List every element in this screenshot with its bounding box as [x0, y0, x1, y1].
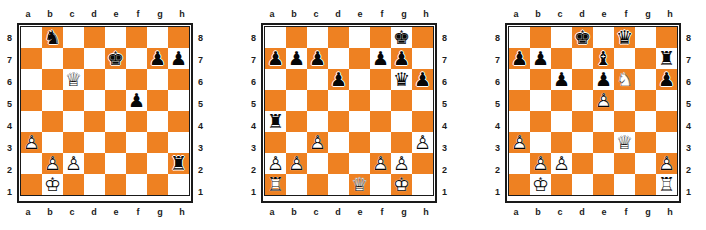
black-pawn-icon: ♟ [530, 48, 551, 69]
board-grid: ♚♛♟♟♝♜♟♟♞♘♟♟♙♟♙♛♕♟♙♟♙♟♙♚♔♜♖ [509, 27, 677, 195]
black-pawn-icon: ♟ [391, 48, 412, 69]
square-b3 [42, 132, 63, 153]
rank-label-7: 7 [246, 49, 261, 71]
white-pawn-icon: ♟♙ [63, 153, 84, 174]
square-h2: ♟♙ [656, 153, 677, 174]
square-e4 [593, 111, 614, 132]
square-g6 [635, 69, 656, 90]
square-h7: ♜ [656, 48, 677, 69]
square-g1: ♚♔ [391, 174, 412, 195]
file-label-e: e [349, 206, 371, 219]
black-bishop-icon: ♝ [593, 48, 614, 69]
square-d4 [572, 111, 593, 132]
square-h3: ♟♙ [412, 132, 433, 153]
file-labels-bottom: abcdefgh [2, 206, 208, 219]
file-label-e: e [593, 8, 615, 21]
rank-label-6: 6 [490, 71, 505, 93]
square-f2: ♟♙ [370, 153, 391, 174]
square-b4 [42, 111, 63, 132]
file-label-b: b [527, 206, 549, 219]
square-b7: ♟ [286, 48, 307, 69]
white-king-icon: ♚♔ [42, 174, 63, 195]
board-middle: 87654321 ♚♟♟♟♟♟♟♛♟♜♟♙♟♙♟♙♟♙♟♙♟♙♜♖♛♕♚♔ 87… [246, 23, 452, 203]
square-b8 [530, 27, 551, 48]
black-queen-icon: ♛ [391, 69, 412, 90]
file-label-c: c [305, 206, 327, 219]
file-label-e: e [105, 206, 127, 219]
file-label-a: a [17, 8, 39, 21]
square-h6: ♟ [412, 69, 433, 90]
file-label-h: h [415, 206, 437, 219]
board-grid: ♚♟♟♟♟♟♟♛♟♜♟♙♟♙♟♙♟♙♟♙♟♙♜♖♛♕♚♔ [265, 27, 433, 195]
white-pawn-icon: ♟♙ [307, 132, 328, 153]
rank-label-2: 2 [2, 159, 17, 181]
board-middle: 87654321 ♚♛♟♟♝♜♟♟♞♘♟♟♙♟♙♛♕♟♙♟♙♟♙♚♔♜♖ 876… [490, 23, 696, 203]
square-f2 [126, 153, 147, 174]
file-label-f: f [127, 8, 149, 21]
square-d4 [328, 111, 349, 132]
square-d5 [84, 90, 105, 111]
square-b7: ♟ [530, 48, 551, 69]
label-spacer [246, 8, 261, 21]
rank-label-5: 5 [193, 93, 208, 115]
square-f3: ♛♕ [614, 132, 635, 153]
label-spacer [246, 206, 261, 219]
square-f7 [614, 48, 635, 69]
file-labels-top: abcdefgh [246, 8, 452, 21]
square-b5 [286, 90, 307, 111]
square-h8 [412, 27, 433, 48]
square-c1 [63, 174, 84, 195]
black-pawn-icon: ♟ [286, 48, 307, 69]
rank-labels-right: 87654321 [681, 23, 696, 203]
square-a2: ♟♙ [265, 153, 286, 174]
white-pawn-icon: ♟♙ [530, 153, 551, 174]
square-b1: ♚♔ [42, 174, 63, 195]
square-h7: ♟ [168, 48, 189, 69]
white-queen-icon: ♛♕ [63, 69, 84, 90]
square-h4 [168, 111, 189, 132]
square-g7 [635, 48, 656, 69]
rank-label-7: 7 [681, 49, 696, 71]
file-label-g: g [637, 206, 659, 219]
square-b2: ♟♙ [286, 153, 307, 174]
square-d7 [328, 48, 349, 69]
square-e5: ♟♙ [593, 90, 614, 111]
square-c6: ♟ [551, 69, 572, 90]
white-pawn-icon: ♟♙ [656, 153, 677, 174]
square-g5 [635, 90, 656, 111]
square-h8 [656, 27, 677, 48]
square-h5 [656, 90, 677, 111]
square-b6 [42, 69, 63, 90]
square-e5 [349, 90, 370, 111]
square-f1 [126, 174, 147, 195]
file-label-c: c [549, 8, 571, 21]
square-a7: ♟ [265, 48, 286, 69]
square-d2 [328, 153, 349, 174]
file-label-a: a [261, 206, 283, 219]
square-g4 [147, 111, 168, 132]
square-e7 [349, 48, 370, 69]
square-f5 [370, 90, 391, 111]
square-e2 [593, 153, 614, 174]
rank-label-7: 7 [193, 49, 208, 71]
black-pawn-icon: ♟ [593, 69, 614, 90]
square-h5 [168, 90, 189, 111]
square-g2 [635, 153, 656, 174]
square-e6: ♟ [593, 69, 614, 90]
square-d5 [328, 90, 349, 111]
file-label-e: e [593, 206, 615, 219]
square-f6 [126, 69, 147, 90]
square-f2 [614, 153, 635, 174]
square-a3: ♟♙ [509, 132, 530, 153]
square-h6: ♟ [656, 69, 677, 90]
square-e4 [105, 111, 126, 132]
square-b2: ♟♙ [42, 153, 63, 174]
square-c8 [551, 27, 572, 48]
file-label-d: d [327, 8, 349, 21]
square-a8 [21, 27, 42, 48]
white-king-icon: ♚♔ [530, 174, 551, 195]
square-d6 [84, 69, 105, 90]
square-d7 [84, 48, 105, 69]
square-h3 [656, 132, 677, 153]
file-label-f: f [615, 206, 637, 219]
square-b6 [530, 69, 551, 90]
black-pawn-icon: ♟ [370, 48, 391, 69]
file-label-e: e [105, 8, 127, 21]
black-rook-icon: ♜ [168, 153, 189, 174]
square-b4 [530, 111, 551, 132]
square-e7: ♝ [593, 48, 614, 69]
file-label-h: h [415, 8, 437, 21]
square-c2: ♟♙ [551, 153, 572, 174]
rank-label-8: 8 [2, 27, 17, 49]
square-g2 [147, 153, 168, 174]
square-h8 [168, 27, 189, 48]
file-label-f: f [371, 206, 393, 219]
square-a7: ♟ [509, 48, 530, 69]
file-label-d: d [571, 206, 593, 219]
rank-label-3: 3 [193, 137, 208, 159]
rank-label-3: 3 [2, 137, 17, 159]
file-label-g: g [393, 206, 415, 219]
square-d6: ♟ [328, 69, 349, 90]
square-c8 [307, 27, 328, 48]
black-pawn-icon: ♟ [147, 48, 168, 69]
square-a3: ♟♙ [21, 132, 42, 153]
square-d7 [572, 48, 593, 69]
rank-label-2: 2 [437, 159, 452, 181]
square-c5 [551, 90, 572, 111]
square-a6 [265, 69, 286, 90]
white-rook-icon: ♜♖ [656, 174, 677, 195]
square-h3 [168, 132, 189, 153]
rank-label-3: 3 [246, 137, 261, 159]
board-inner: ♚♛♟♟♝♜♟♟♞♘♟♟♙♟♙♛♕♟♙♟♙♟♙♚♔♜♖ [508, 26, 678, 196]
square-f4 [614, 111, 635, 132]
square-g3 [391, 132, 412, 153]
file-label-a: a [505, 8, 527, 21]
square-a2 [509, 153, 530, 174]
rank-label-2: 2 [490, 159, 505, 181]
file-label-h: h [171, 8, 193, 21]
square-h1 [412, 174, 433, 195]
square-h4 [656, 111, 677, 132]
label-spacer [490, 8, 505, 21]
rank-label-4: 4 [246, 115, 261, 137]
chess-diagrams-row: abcdefgh 87654321 ♞♚♟♟♛♕♟♟♙♟♙♟♙♜♚♔ 87654… [0, 0, 706, 219]
square-g3 [147, 132, 168, 153]
rank-label-6: 6 [437, 71, 452, 93]
file-label-h: h [659, 206, 681, 219]
square-h5 [412, 90, 433, 111]
square-d3 [84, 132, 105, 153]
square-c4 [307, 111, 328, 132]
square-c3 [551, 132, 572, 153]
file-label-a: a [505, 206, 527, 219]
square-b8: ♞ [42, 27, 63, 48]
board-inner: ♞♚♟♟♛♕♟♟♙♟♙♟♙♜♚♔ [20, 26, 190, 196]
square-b3 [530, 132, 551, 153]
square-h6 [168, 69, 189, 90]
black-pawn-icon: ♟ [412, 69, 433, 90]
white-queen-icon: ♛♕ [349, 174, 370, 195]
square-a4 [21, 111, 42, 132]
square-h4 [412, 111, 433, 132]
chess-diagram-2: abcdefgh 87654321 ♚♟♟♟♟♟♟♛♟♜♟♙♟♙♟♙♟♙♟♙♟♙… [246, 8, 452, 219]
rank-label-2: 2 [193, 159, 208, 181]
square-c5 [307, 90, 328, 111]
square-c4 [551, 111, 572, 132]
square-c7 [63, 48, 84, 69]
file-label-d: d [83, 8, 105, 21]
square-h1 [168, 174, 189, 195]
rank-label-1: 1 [193, 181, 208, 203]
rank-label-1: 1 [490, 181, 505, 203]
rank-labels-right: 87654321 [437, 23, 452, 203]
square-e3 [349, 132, 370, 153]
file-label-b: b [39, 8, 61, 21]
rank-label-8: 8 [490, 27, 505, 49]
file-labels-bottom: abcdefgh [246, 206, 452, 219]
square-a6 [509, 69, 530, 90]
rank-label-1: 1 [246, 181, 261, 203]
square-f1 [614, 174, 635, 195]
black-queen-icon: ♛ [614, 27, 635, 48]
black-rook-icon: ♜ [265, 111, 286, 132]
square-b3 [286, 132, 307, 153]
square-a1: ♜♖ [265, 174, 286, 195]
square-d2 [84, 153, 105, 174]
rank-label-6: 6 [681, 71, 696, 93]
white-pawn-icon: ♟♙ [21, 132, 42, 153]
square-g2: ♟♙ [391, 153, 412, 174]
square-b7 [42, 48, 63, 69]
square-f4 [370, 111, 391, 132]
square-b4 [286, 111, 307, 132]
black-pawn-icon: ♟ [307, 48, 328, 69]
file-label-g: g [637, 8, 659, 21]
square-e5 [105, 90, 126, 111]
black-pawn-icon: ♟ [265, 48, 286, 69]
square-f3 [126, 132, 147, 153]
square-f5: ♟ [126, 90, 147, 111]
square-d2 [572, 153, 593, 174]
square-a7 [21, 48, 42, 69]
board-grid: ♞♚♟♟♛♕♟♟♙♟♙♟♙♜♚♔ [21, 27, 189, 195]
square-c1 [551, 174, 572, 195]
rank-label-4: 4 [193, 115, 208, 137]
square-b2: ♟♙ [530, 153, 551, 174]
white-knight-icon: ♞♘ [614, 69, 635, 90]
rank-label-4: 4 [437, 115, 452, 137]
square-d1 [572, 174, 593, 195]
file-label-d: d [571, 8, 593, 21]
square-c3 [63, 132, 84, 153]
square-e8 [349, 27, 370, 48]
square-f8 [126, 27, 147, 48]
rank-label-5: 5 [246, 93, 261, 115]
square-d8: ♚ [572, 27, 593, 48]
square-e2 [349, 153, 370, 174]
file-label-c: c [61, 206, 83, 219]
square-e8 [593, 27, 614, 48]
square-g1 [147, 174, 168, 195]
rank-label-8: 8 [193, 27, 208, 49]
square-d1 [328, 174, 349, 195]
rank-label-5: 5 [681, 93, 696, 115]
rank-labels-left: 87654321 [246, 23, 261, 203]
file-label-h: h [171, 206, 193, 219]
file-label-f: f [371, 8, 393, 21]
rank-label-7: 7 [437, 49, 452, 71]
square-a8 [265, 27, 286, 48]
square-e4 [349, 111, 370, 132]
file-label-a: a [17, 206, 39, 219]
file-label-g: g [149, 206, 171, 219]
square-f7 [126, 48, 147, 69]
rank-label-5: 5 [490, 93, 505, 115]
square-f8: ♛ [614, 27, 635, 48]
rank-label-3: 3 [437, 137, 452, 159]
board-frame: ♞♚♟♟♛♕♟♟♙♟♙♟♙♜♚♔ [17, 23, 193, 203]
chess-diagram-3: abcdefgh 87654321 ♚♛♟♟♝♜♟♟♞♘♟♟♙♟♙♛♕♟♙♟♙♟… [490, 8, 696, 219]
rank-label-4: 4 [490, 115, 505, 137]
square-g8 [147, 27, 168, 48]
square-c8 [63, 27, 84, 48]
square-g5 [147, 90, 168, 111]
square-h1: ♜♖ [656, 174, 677, 195]
file-label-f: f [615, 8, 637, 21]
black-pawn-icon: ♟ [509, 48, 530, 69]
white-rook-icon: ♜♖ [265, 174, 286, 195]
board-inner: ♚♟♟♟♟♟♟♛♟♜♟♙♟♙♟♙♟♙♟♙♟♙♜♖♛♕♚♔ [264, 26, 434, 196]
rank-label-4: 4 [2, 115, 17, 137]
square-g3 [635, 132, 656, 153]
square-b5 [530, 90, 551, 111]
square-a2 [21, 153, 42, 174]
square-e8 [105, 27, 126, 48]
rank-labels-left: 87654321 [490, 23, 505, 203]
square-g4 [635, 111, 656, 132]
square-c2 [307, 153, 328, 174]
white-pawn-icon: ♟♙ [286, 153, 307, 174]
file-label-b: b [527, 8, 549, 21]
square-g8 [635, 27, 656, 48]
square-e6 [105, 69, 126, 90]
square-f1 [370, 174, 391, 195]
rank-labels-right: 87654321 [193, 23, 208, 203]
rank-label-8: 8 [681, 27, 696, 49]
rank-label-2: 2 [681, 159, 696, 181]
rank-label-5: 5 [2, 93, 17, 115]
label-spacer [2, 8, 17, 21]
rank-label-4: 4 [681, 115, 696, 137]
square-a1 [21, 174, 42, 195]
square-e3 [593, 132, 614, 153]
square-c5 [63, 90, 84, 111]
square-c6 [307, 69, 328, 90]
file-labels-bottom: abcdefgh [490, 206, 696, 219]
rank-label-7: 7 [2, 49, 17, 71]
square-e1: ♛♕ [349, 174, 370, 195]
square-c7: ♟ [307, 48, 328, 69]
black-rook-icon: ♜ [656, 48, 677, 69]
square-g5 [391, 90, 412, 111]
square-c6: ♛♕ [63, 69, 84, 90]
file-label-d: d [83, 206, 105, 219]
white-pawn-icon: ♟♙ [370, 153, 391, 174]
square-e6 [349, 69, 370, 90]
black-king-icon: ♚ [572, 27, 593, 48]
square-g7: ♟ [391, 48, 412, 69]
square-a6 [21, 69, 42, 90]
white-pawn-icon: ♟♙ [412, 132, 433, 153]
square-f5 [614, 90, 635, 111]
black-pawn-icon: ♟ [168, 48, 189, 69]
file-label-f: f [127, 206, 149, 219]
square-g6: ♛ [391, 69, 412, 90]
white-pawn-icon: ♟♙ [265, 153, 286, 174]
square-d8 [84, 27, 105, 48]
board-middle: 87654321 ♞♚♟♟♛♕♟♟♙♟♙♟♙♜♚♔ 87654321 [2, 23, 208, 203]
board-frame: ♚♛♟♟♝♜♟♟♞♘♟♟♙♟♙♛♕♟♙♟♙♟♙♚♔♜♖ [505, 23, 681, 203]
rank-label-8: 8 [246, 27, 261, 49]
black-king-icon: ♚ [105, 48, 126, 69]
square-h2 [412, 153, 433, 174]
rank-label-3: 3 [681, 137, 696, 159]
rank-label-7: 7 [490, 49, 505, 71]
rank-label-5: 5 [437, 93, 452, 115]
square-f6 [370, 69, 391, 90]
square-a3 [265, 132, 286, 153]
square-h7 [412, 48, 433, 69]
square-f4 [126, 111, 147, 132]
square-d1 [84, 174, 105, 195]
rank-labels-left: 87654321 [2, 23, 17, 203]
file-label-c: c [549, 206, 571, 219]
black-pawn-icon: ♟ [551, 69, 572, 90]
square-h2: ♜ [168, 153, 189, 174]
square-b6 [286, 69, 307, 90]
white-king-icon: ♚♔ [391, 174, 412, 195]
square-a1 [509, 174, 530, 195]
square-d3 [572, 132, 593, 153]
square-f3 [370, 132, 391, 153]
